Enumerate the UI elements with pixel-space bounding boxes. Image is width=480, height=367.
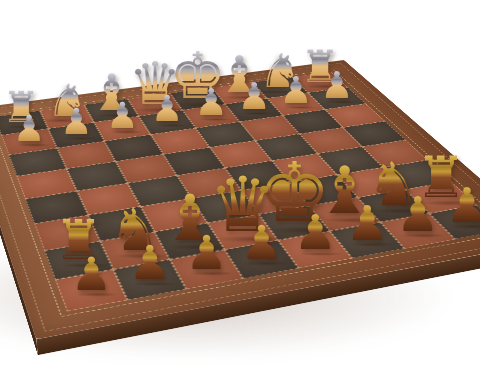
square-f3	[290, 175, 358, 206]
square-f2	[309, 198, 380, 232]
square-h1	[429, 205, 480, 239]
square-a5	[17, 169, 77, 199]
square-c1	[170, 250, 244, 290]
chess-set-photo: ♜♞♝♛♚♝♞♜♟♟♟♟♟♟♟♟♜♞♝♛♚♝♞♜♟♟♟♟♟♟♟♟	[0, 0, 480, 367]
square-a1	[55, 269, 127, 311]
square-g1	[380, 213, 455, 248]
square-a2	[44, 241, 113, 280]
square-d2	[207, 214, 278, 249]
square-h2	[405, 182, 477, 214]
photo-scene	[0, 0, 480, 367]
square-a4	[25, 191, 88, 224]
square-b1	[113, 259, 186, 300]
square-d1	[225, 240, 299, 278]
square-d4	[177, 168, 241, 198]
square-e1	[278, 231, 352, 268]
square-c4	[128, 175, 192, 206]
square-b2	[100, 232, 170, 269]
square-c3	[141, 198, 208, 232]
square-b3	[88, 207, 154, 242]
square-d3	[192, 190, 259, 223]
square-f1	[330, 222, 405, 258]
square-g2	[358, 189, 430, 222]
square-g3	[337, 167, 405, 197]
board-frame	[0, 60, 480, 339]
square-c2	[155, 223, 225, 259]
chess-board	[0, 60, 480, 339]
square-e2	[259, 206, 330, 240]
square-e3	[241, 182, 309, 214]
square-a3	[34, 215, 100, 251]
square-b4	[77, 183, 141, 215]
